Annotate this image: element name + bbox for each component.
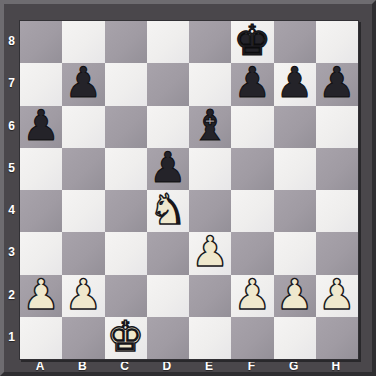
square-h2[interactable]: ♟	[316, 275, 358, 317]
chess-board: ♚♟♟♟♟♟♝♟♞♟♟♟♟♟♟♚	[19, 20, 359, 360]
square-d5[interactable]: ♟	[147, 148, 189, 190]
square-c1[interactable]: ♚	[105, 317, 147, 359]
square-h1[interactable]	[316, 317, 358, 359]
square-d2[interactable]	[147, 275, 189, 317]
square-f3[interactable]	[231, 232, 273, 274]
rank-label-3: 3	[4, 231, 19, 273]
piece-black-pawn[interactable]: ♟	[234, 62, 272, 104]
file-label-h: H	[315, 359, 357, 373]
square-b2[interactable]: ♟	[62, 275, 104, 317]
square-f4[interactable]	[231, 190, 273, 232]
square-a3[interactable]	[20, 232, 62, 274]
square-e6[interactable]: ♝	[189, 106, 231, 148]
piece-white-knight[interactable]: ♞	[149, 189, 187, 231]
piece-white-pawn[interactable]: ♟	[22, 274, 60, 316]
square-f8[interactable]: ♚	[231, 21, 273, 63]
rank-label-1: 1	[4, 316, 19, 358]
piece-black-pawn[interactable]: ♟	[149, 147, 187, 189]
square-d8[interactable]	[147, 21, 189, 63]
square-a7[interactable]	[20, 63, 62, 105]
square-g1[interactable]	[274, 317, 316, 359]
square-d3[interactable]	[147, 232, 189, 274]
piece-black-king[interactable]: ♚	[234, 20, 272, 62]
piece-black-pawn[interactable]: ♟	[276, 62, 314, 104]
square-g4[interactable]	[274, 190, 316, 232]
square-e3[interactable]: ♟	[189, 232, 231, 274]
square-f7[interactable]: ♟	[231, 63, 273, 105]
square-a4[interactable]	[20, 190, 62, 232]
square-c5[interactable]	[105, 148, 147, 190]
rank-labels: 87654321	[4, 20, 19, 358]
piece-black-pawn[interactable]: ♟	[65, 62, 103, 104]
piece-black-pawn[interactable]: ♟	[22, 105, 60, 147]
square-h7[interactable]: ♟	[316, 63, 358, 105]
square-g8[interactable]	[274, 21, 316, 63]
square-a8[interactable]	[20, 21, 62, 63]
square-a6[interactable]: ♟	[20, 106, 62, 148]
square-f1[interactable]	[231, 317, 273, 359]
square-a1[interactable]	[20, 317, 62, 359]
square-h4[interactable]	[316, 190, 358, 232]
square-c2[interactable]	[105, 275, 147, 317]
square-e2[interactable]	[189, 275, 231, 317]
square-e5[interactable]	[189, 148, 231, 190]
square-f6[interactable]	[231, 106, 273, 148]
file-label-c: C	[104, 359, 146, 373]
square-b1[interactable]	[62, 317, 104, 359]
rank-label-6: 6	[4, 105, 19, 147]
square-b5[interactable]	[62, 148, 104, 190]
square-d6[interactable]	[147, 106, 189, 148]
square-c8[interactable]	[105, 21, 147, 63]
square-b6[interactable]	[62, 106, 104, 148]
square-h8[interactable]	[316, 21, 358, 63]
board-frame: 87654321 ABCDEFGH ♚♟♟♟♟♟♝♟♞♟♟♟♟♟♟♚	[0, 0, 376, 376]
square-g2[interactable]: ♟	[274, 275, 316, 317]
square-b7[interactable]: ♟	[62, 63, 104, 105]
rank-label-5: 5	[4, 147, 19, 189]
piece-white-pawn[interactable]: ♟	[276, 274, 314, 316]
square-c3[interactable]	[105, 232, 147, 274]
square-e7[interactable]	[189, 63, 231, 105]
rank-label-8: 8	[4, 20, 19, 62]
square-g3[interactable]	[274, 232, 316, 274]
square-e8[interactable]	[189, 21, 231, 63]
piece-white-king[interactable]: ♚	[107, 316, 145, 358]
rank-label-2: 2	[4, 274, 19, 316]
square-g5[interactable]	[274, 148, 316, 190]
piece-white-pawn[interactable]: ♟	[234, 274, 272, 316]
square-a2[interactable]: ♟	[20, 275, 62, 317]
square-h3[interactable]	[316, 232, 358, 274]
square-a5[interactable]	[20, 148, 62, 190]
file-label-g: G	[273, 359, 315, 373]
square-c4[interactable]	[105, 190, 147, 232]
file-label-b: B	[61, 359, 103, 373]
square-b8[interactable]	[62, 21, 104, 63]
square-b4[interactable]	[62, 190, 104, 232]
square-f2[interactable]: ♟	[231, 275, 273, 317]
square-b3[interactable]	[62, 232, 104, 274]
file-labels: ABCDEFGH	[19, 359, 357, 373]
square-e4[interactable]	[189, 190, 231, 232]
square-d1[interactable]	[147, 317, 189, 359]
file-label-f: F	[230, 359, 272, 373]
square-h5[interactable]	[316, 148, 358, 190]
file-label-e: E	[188, 359, 230, 373]
piece-white-pawn[interactable]: ♟	[318, 274, 356, 316]
square-g6[interactable]	[274, 106, 316, 148]
square-h6[interactable]	[316, 106, 358, 148]
square-e1[interactable]	[189, 317, 231, 359]
rank-label-4: 4	[4, 189, 19, 231]
square-c7[interactable]	[105, 63, 147, 105]
square-g7[interactable]: ♟	[274, 63, 316, 105]
square-f5[interactable]	[231, 148, 273, 190]
piece-black-pawn[interactable]: ♟	[318, 62, 356, 104]
piece-white-pawn[interactable]: ♟	[65, 274, 103, 316]
square-c6[interactable]	[105, 106, 147, 148]
piece-white-pawn[interactable]: ♟	[191, 231, 229, 273]
square-d7[interactable]	[147, 63, 189, 105]
square-d4[interactable]: ♞	[147, 190, 189, 232]
piece-black-bishop[interactable]: ♝	[191, 105, 229, 147]
rank-label-7: 7	[4, 62, 19, 104]
file-label-d: D	[146, 359, 188, 373]
file-label-a: A	[19, 359, 61, 373]
